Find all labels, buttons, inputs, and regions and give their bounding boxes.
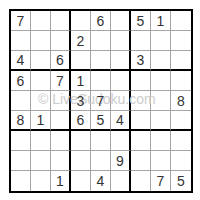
cell-r9c8: 7	[151, 171, 171, 191]
cell-r2c1[interactable]	[11, 31, 31, 51]
given-digit: 6	[17, 74, 25, 88]
given-digit: 5	[137, 14, 145, 28]
cell-r1c6[interactable]	[111, 11, 131, 31]
cell-r4c9[interactable]	[171, 71, 191, 91]
cell-r8c2[interactable]	[31, 151, 51, 171]
cell-r2c7[interactable]	[131, 31, 151, 51]
cell-r7c2[interactable]	[31, 131, 51, 151]
cell-r2c5[interactable]	[91, 31, 111, 51]
cell-r4c3: 7	[51, 71, 71, 91]
cell-r1c3[interactable]	[51, 11, 71, 31]
cell-r8c9[interactable]	[171, 151, 191, 171]
cell-r9c6[interactable]	[111, 171, 131, 191]
cell-r9c9: 5	[171, 171, 191, 191]
cell-r9c7[interactable]	[131, 171, 151, 191]
cell-r6c5: 5	[91, 111, 111, 131]
cell-r3c9[interactable]	[171, 51, 191, 71]
cell-r6c2: 1	[31, 111, 51, 131]
cell-r1c1: 7	[11, 11, 31, 31]
cell-r6c3[interactable]	[51, 111, 71, 131]
cell-r7c3[interactable]	[51, 131, 71, 151]
cell-r2c9[interactable]	[171, 31, 191, 51]
cell-r7c4[interactable]	[71, 131, 91, 151]
cell-r3c8[interactable]	[151, 51, 171, 71]
cell-r4c2[interactable]	[31, 71, 51, 91]
cell-r8c3[interactable]	[51, 151, 71, 171]
cell-r6c6: 4	[111, 111, 131, 131]
given-digit: 6	[56, 53, 64, 67]
given-digit: 1	[77, 74, 85, 88]
cell-r5c6[interactable]	[111, 91, 131, 111]
cell-r1c8: 1	[151, 11, 171, 31]
cell-r6c9[interactable]	[171, 111, 191, 131]
given-digit: 3	[77, 94, 85, 108]
cell-r8c6: 9	[111, 151, 131, 171]
cell-r6c1: 8	[11, 111, 31, 131]
cell-r6c4: 6	[71, 111, 91, 131]
given-digit: 7	[97, 94, 105, 108]
cell-r2c4: 2	[71, 31, 91, 51]
cell-r9c2[interactable]	[31, 171, 51, 191]
sudoku-board: © LiveSudoku.com 76512463671378816549147…	[9, 9, 193, 193]
cell-r4c7[interactable]	[131, 71, 151, 91]
cell-r1c7: 5	[131, 11, 151, 31]
given-digit: 8	[17, 113, 25, 127]
given-digit: 3	[137, 53, 145, 67]
given-digit: 1	[56, 174, 64, 188]
cell-r7c6[interactable]	[111, 131, 131, 151]
cell-r3c6[interactable]	[111, 51, 131, 71]
cell-r3c5[interactable]	[91, 51, 111, 71]
given-digit: 2	[77, 34, 85, 48]
cell-r2c3[interactable]	[51, 31, 71, 51]
given-digit: 6	[77, 113, 85, 127]
cell-r8c1[interactable]	[11, 151, 31, 171]
given-digit: 7	[157, 174, 165, 188]
cell-r9c1[interactable]	[11, 171, 31, 191]
cell-r4c1: 6	[11, 71, 31, 91]
cell-r5c7[interactable]	[131, 91, 151, 111]
cell-r8c4[interactable]	[71, 151, 91, 171]
given-digit: 4	[17, 53, 25, 67]
given-digit: 7	[17, 14, 25, 28]
given-digit: 8	[177, 94, 185, 108]
given-digit: 1	[157, 14, 165, 28]
cell-r2c2[interactable]	[31, 31, 51, 51]
cell-r4c8[interactable]	[151, 71, 171, 91]
cell-r4c5[interactable]	[91, 71, 111, 91]
sudoku-page: © LiveSudoku.com 76512463671378816549147…	[0, 0, 200, 200]
cell-r9c3: 1	[51, 171, 71, 191]
cell-r3c7: 3	[131, 51, 151, 71]
cell-r2c8[interactable]	[151, 31, 171, 51]
cell-r3c2[interactable]	[31, 51, 51, 71]
cell-r6c8[interactable]	[151, 111, 171, 131]
cell-r8c8[interactable]	[151, 151, 171, 171]
cell-r7c9[interactable]	[171, 131, 191, 151]
given-digit: 7	[56, 74, 64, 88]
cell-r5c4: 3	[71, 91, 91, 111]
given-digit: 9	[116, 154, 124, 168]
cell-r7c8[interactable]	[151, 131, 171, 151]
cell-r7c5[interactable]	[91, 131, 111, 151]
cell-r5c9: 8	[171, 91, 191, 111]
cell-r5c3[interactable]	[51, 91, 71, 111]
given-digit: 6	[97, 14, 105, 28]
cell-r8c7[interactable]	[131, 151, 151, 171]
given-digit: 4	[97, 174, 105, 188]
cell-r6c7[interactable]	[131, 111, 151, 131]
given-digit: 5	[177, 174, 185, 188]
cell-r5c2[interactable]	[31, 91, 51, 111]
cell-r5c8[interactable]	[151, 91, 171, 111]
cell-r1c9[interactable]	[171, 11, 191, 31]
cell-r3c1: 4	[11, 51, 31, 71]
given-digit: 4	[116, 113, 124, 127]
cell-r1c4[interactable]	[71, 11, 91, 31]
cell-r3c4[interactable]	[71, 51, 91, 71]
cell-r4c4: 1	[71, 71, 91, 91]
cell-r9c4[interactable]	[71, 171, 91, 191]
cell-r4c6[interactable]	[111, 71, 131, 91]
given-digit: 5	[97, 113, 105, 127]
cell-r2c6[interactable]	[111, 31, 131, 51]
cell-r7c1[interactable]	[11, 131, 31, 151]
cell-r1c5: 6	[91, 11, 111, 31]
cell-r1c2[interactable]	[31, 11, 51, 31]
cell-r9c5: 4	[91, 171, 111, 191]
given-digit: 1	[37, 113, 45, 127]
cell-r7c7[interactable]	[131, 131, 151, 151]
cell-r8c5[interactable]	[91, 151, 111, 171]
cell-r3c3: 6	[51, 51, 71, 71]
cell-r5c5: 7	[91, 91, 111, 111]
cell-r5c1[interactable]	[11, 91, 31, 111]
